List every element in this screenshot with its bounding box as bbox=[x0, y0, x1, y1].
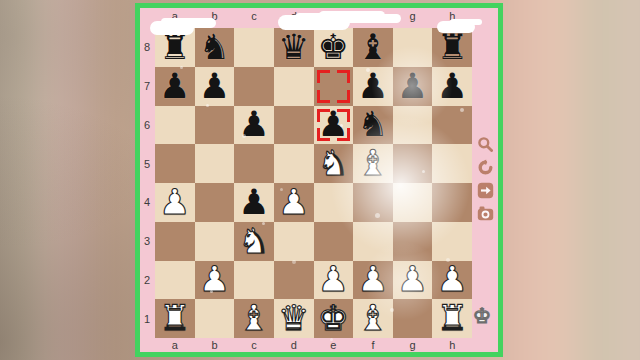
file-label-b: b bbox=[195, 10, 235, 23]
black-p-piece: ♟ bbox=[155, 67, 195, 106]
square-e5[interactable]: ♞ bbox=[314, 144, 354, 183]
square-c4[interactable]: ♟ bbox=[234, 183, 274, 222]
square-d1[interactable]: ♛ bbox=[274, 299, 314, 338]
white-p-piece: ♟ bbox=[314, 261, 354, 300]
white-b-piece: ♝ bbox=[353, 299, 393, 338]
square-g5[interactable] bbox=[393, 144, 433, 183]
file-label-f: f bbox=[353, 339, 393, 352]
file-label-g: g bbox=[393, 339, 433, 352]
file-label-b: b bbox=[195, 339, 235, 352]
chess-panel: abcdefgh 87654321 ♜♞♛♚♝♜♟♟♟♟♟♟♟♞♞♝♟♟♟♞♟♟… bbox=[135, 3, 503, 357]
square-c1[interactable]: ♝ bbox=[234, 299, 274, 338]
square-f7[interactable]: ♟ bbox=[353, 67, 393, 106]
black-p-piece: ♟ bbox=[314, 106, 354, 145]
black-r-piece: ♜ bbox=[155, 28, 195, 67]
square-h6[interactable] bbox=[432, 106, 472, 145]
square-b6[interactable] bbox=[195, 106, 235, 145]
rank-label-4: 4 bbox=[140, 183, 154, 222]
black-p-piece: ♟ bbox=[393, 67, 433, 106]
turn-indicator-white-king: ♚ bbox=[471, 303, 493, 329]
square-h5[interactable] bbox=[432, 144, 472, 183]
square-h7[interactable]: ♟ bbox=[432, 67, 472, 106]
black-r-piece: ♜ bbox=[432, 28, 472, 67]
square-a3[interactable] bbox=[155, 222, 195, 261]
square-d2[interactable] bbox=[274, 261, 314, 300]
rank-label-6: 6 bbox=[140, 106, 154, 145]
white-r-piece: ♜ bbox=[155, 299, 195, 338]
board: ♜♞♛♚♝♜♟♟♟♟♟♟♟♞♞♝♟♟♟♞♟♟♟♟♟♜♝♛♚♝♜ bbox=[155, 28, 472, 338]
square-g1[interactable] bbox=[393, 299, 433, 338]
square-d4[interactable]: ♟ bbox=[274, 183, 314, 222]
square-f1[interactable]: ♝ bbox=[353, 299, 393, 338]
square-c7[interactable] bbox=[234, 67, 274, 106]
black-q-piece: ♛ bbox=[274, 28, 314, 67]
file-label-h: h bbox=[432, 339, 472, 352]
file-label-g: g bbox=[393, 10, 433, 23]
square-h1[interactable]: ♜ bbox=[432, 299, 472, 338]
black-b-piece: ♝ bbox=[353, 28, 393, 67]
square-f6[interactable]: ♞ bbox=[353, 106, 393, 145]
square-e8[interactable]: ♚ bbox=[314, 28, 354, 67]
square-b1[interactable] bbox=[195, 299, 235, 338]
square-c5[interactable] bbox=[234, 144, 274, 183]
white-r-piece: ♜ bbox=[432, 299, 472, 338]
square-a5[interactable] bbox=[155, 144, 195, 183]
square-e3[interactable] bbox=[314, 222, 354, 261]
file-labels-bottom: abcdefgh bbox=[155, 339, 472, 352]
square-e2[interactable]: ♟ bbox=[314, 261, 354, 300]
file-label-h: h bbox=[432, 10, 472, 23]
toolbar bbox=[477, 136, 495, 228]
square-b3[interactable] bbox=[195, 222, 235, 261]
white-b-piece: ♝ bbox=[234, 299, 274, 338]
square-c6[interactable]: ♟ bbox=[234, 106, 274, 145]
black-p-piece: ♟ bbox=[234, 183, 274, 222]
square-b2[interactable]: ♟ bbox=[195, 261, 235, 300]
file-label-f: f bbox=[353, 10, 393, 23]
black-p-piece: ♟ bbox=[234, 106, 274, 145]
black-p-piece: ♟ bbox=[432, 67, 472, 106]
file-label-e: e bbox=[314, 10, 354, 23]
last-move-from-marker bbox=[314, 67, 354, 106]
square-g3[interactable] bbox=[393, 222, 433, 261]
square-g6[interactable] bbox=[393, 106, 433, 145]
square-b7[interactable]: ♟ bbox=[195, 67, 235, 106]
square-g7[interactable]: ♟ bbox=[393, 67, 433, 106]
rank-label-3: 3 bbox=[140, 222, 154, 261]
square-d7[interactable] bbox=[274, 67, 314, 106]
black-p-piece: ♟ bbox=[195, 67, 235, 106]
rank-label-5: 5 bbox=[140, 144, 154, 183]
white-p-piece: ♟ bbox=[274, 183, 314, 222]
camera-icon[interactable] bbox=[477, 205, 494, 222]
square-d3[interactable] bbox=[274, 222, 314, 261]
white-b-piece: ♝ bbox=[353, 144, 393, 183]
rank-label-7: 7 bbox=[140, 67, 154, 106]
file-label-c: c bbox=[234, 10, 274, 23]
square-a8[interactable]: ♜ bbox=[155, 28, 195, 67]
square-e7[interactable] bbox=[314, 67, 354, 106]
square-d6[interactable] bbox=[274, 106, 314, 145]
file-label-a: a bbox=[155, 339, 195, 352]
square-a1[interactable]: ♜ bbox=[155, 299, 195, 338]
file-label-a: a bbox=[155, 10, 195, 23]
square-d5[interactable] bbox=[274, 144, 314, 183]
black-n-piece: ♞ bbox=[195, 28, 235, 67]
white-n-piece: ♞ bbox=[234, 222, 274, 261]
file-label-c: c bbox=[234, 339, 274, 352]
square-g4[interactable] bbox=[393, 183, 433, 222]
black-p-piece: ♟ bbox=[353, 67, 393, 106]
square-c3[interactable]: ♞ bbox=[234, 222, 274, 261]
square-b5[interactable] bbox=[195, 144, 235, 183]
black-k-piece: ♚ bbox=[314, 28, 354, 67]
square-f5[interactable]: ♝ bbox=[353, 144, 393, 183]
white-n-piece: ♞ bbox=[314, 144, 354, 183]
file-label-d: d bbox=[274, 339, 314, 352]
square-b8[interactable]: ♞ bbox=[195, 28, 235, 67]
last-move-to-marker bbox=[314, 106, 354, 145]
square-a6[interactable] bbox=[155, 106, 195, 145]
square-f8[interactable]: ♝ bbox=[353, 28, 393, 67]
rank-label-1: 1 bbox=[140, 299, 154, 338]
black-n-piece: ♞ bbox=[353, 106, 393, 145]
white-p-piece: ♟ bbox=[432, 261, 472, 300]
square-a4[interactable]: ♟ bbox=[155, 183, 195, 222]
white-k-piece: ♚ bbox=[314, 299, 354, 338]
square-b4[interactable] bbox=[195, 183, 235, 222]
square-a2[interactable] bbox=[155, 261, 195, 300]
square-a7[interactable]: ♟ bbox=[155, 67, 195, 106]
square-f3[interactable] bbox=[353, 222, 393, 261]
rank-label-8: 8 bbox=[140, 28, 154, 67]
square-e4[interactable] bbox=[314, 183, 354, 222]
white-p-piece: ♟ bbox=[195, 261, 235, 300]
square-f4[interactable] bbox=[353, 183, 393, 222]
square-c8[interactable] bbox=[234, 28, 274, 67]
square-f2[interactable]: ♟ bbox=[353, 261, 393, 300]
zoom-icon[interactable] bbox=[477, 136, 494, 153]
square-g2[interactable]: ♟ bbox=[393, 261, 433, 300]
square-h3[interactable] bbox=[432, 222, 472, 261]
white-p-piece: ♟ bbox=[155, 183, 195, 222]
square-h8[interactable]: ♜ bbox=[432, 28, 472, 67]
white-q-piece: ♛ bbox=[274, 299, 314, 338]
file-label-d: d bbox=[274, 10, 314, 23]
file-label-e: e bbox=[314, 339, 354, 352]
rank-label-2: 2 bbox=[140, 261, 154, 300]
forward-icon[interactable] bbox=[477, 182, 494, 199]
square-c2[interactable] bbox=[234, 261, 274, 300]
square-e6[interactable]: ♟ bbox=[314, 106, 354, 145]
white-p-piece: ♟ bbox=[353, 261, 393, 300]
rank-labels: 87654321 bbox=[140, 28, 154, 338]
square-g8[interactable] bbox=[393, 28, 433, 67]
square-d8[interactable]: ♛ bbox=[274, 28, 314, 67]
square-h4[interactable] bbox=[432, 183, 472, 222]
square-e1[interactable]: ♚ bbox=[314, 299, 354, 338]
square-h2[interactable]: ♟ bbox=[432, 261, 472, 300]
file-labels-top: abcdefgh bbox=[155, 10, 472, 23]
white-p-piece: ♟ bbox=[393, 261, 433, 300]
undo-icon[interactable] bbox=[477, 159, 494, 176]
